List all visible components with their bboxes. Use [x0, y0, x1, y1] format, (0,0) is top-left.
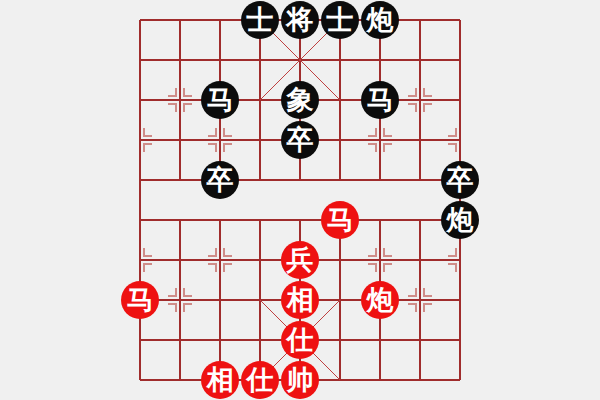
piece-red-advisor[interactable]: 仕: [281, 321, 319, 359]
piece-black-cannon[interactable]: 炮: [441, 201, 479, 239]
piece-black-advisor[interactable]: 士: [241, 1, 279, 39]
piece-red-cannon[interactable]: 炮: [361, 281, 399, 319]
piece-black-horse[interactable]: 马: [201, 81, 239, 119]
piece-black-advisor[interactable]: 士: [321, 1, 359, 39]
piece-red-elephant[interactable]: 相: [201, 361, 239, 399]
piece-black-soldier[interactable]: 卒: [281, 121, 319, 159]
piece-black-cannon[interactable]: 炮: [361, 1, 399, 39]
piece-black-horse[interactable]: 马: [361, 81, 399, 119]
piece-black-elephant[interactable]: 象: [281, 81, 319, 119]
piece-red-soldier[interactable]: 兵: [281, 241, 319, 279]
piece-black-soldier[interactable]: 卒: [201, 161, 239, 199]
piece-red-king[interactable]: 帅: [281, 361, 319, 399]
piece-red-horse[interactable]: 马: [321, 201, 359, 239]
piece-red-horse[interactable]: 马: [121, 281, 159, 319]
xiangqi-board[interactable]: 士将士炮马象马卒卒卒马炮兵马相炮仕相仕帅: [0, 0, 600, 400]
pieces-layer: 士将士炮马象马卒卒卒马炮兵马相炮仕相仕帅: [0, 0, 600, 400]
piece-red-elephant[interactable]: 相: [281, 281, 319, 319]
piece-black-general[interactable]: 将: [281, 1, 319, 39]
piece-black-soldier[interactable]: 卒: [441, 161, 479, 199]
piece-red-advisor[interactable]: 仕: [241, 361, 279, 399]
